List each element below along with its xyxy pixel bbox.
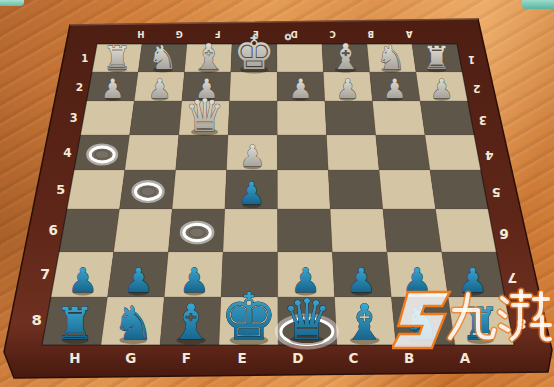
square-d5[interactable] bbox=[277, 170, 330, 209]
rank-label-left-8: 8 bbox=[31, 311, 41, 329]
svg-text:♛: ♛ bbox=[282, 287, 332, 352]
svg-text:♝: ♝ bbox=[169, 294, 213, 351]
move-indicator-g5[interactable] bbox=[134, 183, 162, 201]
rank-label-right-4: 4 bbox=[485, 148, 493, 162]
file-label-top-D: D bbox=[291, 29, 298, 39]
piece-black-king-e8[interactable]: ♚ bbox=[220, 280, 277, 354]
piece-white-queen-f3[interactable]: ♛ bbox=[184, 89, 224, 142]
piece-black-queen-d8[interactable]: ♛ bbox=[282, 287, 332, 352]
square-c6[interactable] bbox=[330, 209, 387, 252]
svg-text:♟: ♟ bbox=[383, 73, 407, 104]
svg-text:♜: ♜ bbox=[423, 40, 451, 76]
piece-black-bishop-c8[interactable]: ♝ bbox=[343, 294, 387, 351]
piece-white-pawn-a2[interactable]: ♟ bbox=[430, 73, 454, 104]
rank-label-right-2: 2 bbox=[473, 82, 480, 95]
piece-black-pawn-a7[interactable]: ♟ bbox=[458, 261, 488, 300]
piece-white-pawn-g2[interactable]: ♟ bbox=[148, 73, 172, 104]
file-label-bottom-B: B bbox=[404, 350, 414, 366]
piece-black-knight-b8[interactable]: ♞ bbox=[402, 296, 443, 350]
piece-white-bishop-c1[interactable]: ♝ bbox=[330, 36, 362, 77]
square-g6[interactable] bbox=[114, 209, 173, 252]
svg-text:♝: ♝ bbox=[343, 294, 387, 351]
file-label-bottom-G: G bbox=[125, 350, 136, 366]
rank-label-left-3: 3 bbox=[70, 111, 78, 125]
file-label-top-B: B bbox=[368, 29, 374, 39]
file-label-bottom-H: H bbox=[69, 350, 80, 366]
square-a5[interactable] bbox=[430, 170, 488, 209]
piece-black-knight-g8[interactable]: ♞ bbox=[113, 296, 154, 350]
square-a4[interactable] bbox=[425, 135, 481, 170]
svg-text:♟: ♟ bbox=[238, 175, 266, 211]
square-h3[interactable] bbox=[80, 101, 134, 135]
piece-white-pawn-c2[interactable]: ♟ bbox=[336, 73, 360, 104]
file-label-bottom-C: C bbox=[349, 350, 359, 366]
piece-white-rook-a1[interactable]: ♜ bbox=[423, 40, 451, 76]
piece-white-knight-b1[interactable]: ♞ bbox=[376, 38, 406, 77]
file-label-bottom-D: D bbox=[292, 350, 303, 366]
rank-label-left-5: 5 bbox=[56, 182, 65, 197]
piece-white-bishop-f1[interactable]: ♝ bbox=[193, 36, 225, 77]
piece-white-king-e1[interactable]: ♚ bbox=[234, 26, 275, 80]
square-b5[interactable] bbox=[379, 170, 435, 209]
svg-text:♜: ♜ bbox=[103, 40, 131, 76]
square-e6[interactable] bbox=[223, 209, 278, 252]
move-indicator-h4[interactable] bbox=[89, 146, 116, 163]
svg-text:♚: ♚ bbox=[234, 26, 275, 80]
piece-black-bishop-f8[interactable]: ♝ bbox=[169, 294, 213, 351]
svg-text:♟: ♟ bbox=[239, 139, 265, 173]
piece-white-knight-g1[interactable]: ♞ bbox=[148, 38, 178, 77]
rank-label-left-2: 2 bbox=[76, 81, 83, 94]
piece-white-pawn-e4[interactable]: ♟ bbox=[239, 139, 265, 173]
svg-text:♟: ♟ bbox=[430, 73, 454, 104]
rank-label-left-1: 1 bbox=[81, 53, 88, 64]
square-c4[interactable] bbox=[327, 135, 380, 170]
rank-label-right-1: 1 bbox=[468, 54, 475, 65]
rank-label-right-7: 7 bbox=[507, 270, 517, 286]
svg-text:♟: ♟ bbox=[336, 73, 360, 104]
square-f5[interactable] bbox=[172, 170, 226, 209]
square-h6[interactable] bbox=[59, 209, 120, 252]
square-a3[interactable] bbox=[420, 101, 474, 135]
svg-text:♟: ♟ bbox=[148, 73, 172, 104]
teal-ui-fragment-top-left[interactable] bbox=[0, 0, 24, 6]
square-d6[interactable] bbox=[278, 209, 333, 252]
square-h5[interactable] bbox=[67, 170, 125, 209]
file-label-top-H: H bbox=[137, 29, 144, 39]
piece-black-pawn-h7[interactable]: ♟ bbox=[68, 261, 98, 300]
file-label-bottom-F: F bbox=[182, 350, 191, 366]
square-b6[interactable] bbox=[383, 209, 442, 252]
file-label-top-A: A bbox=[405, 29, 412, 39]
svg-text:♝: ♝ bbox=[330, 36, 362, 77]
svg-text:♟: ♟ bbox=[289, 73, 313, 104]
piece-black-pawn-b7[interactable]: ♟ bbox=[402, 261, 432, 300]
piece-white-rook-h1[interactable]: ♜ bbox=[103, 40, 131, 76]
svg-text:♜: ♜ bbox=[56, 298, 95, 349]
rank-label-left-7: 7 bbox=[40, 266, 50, 282]
svg-text:♟: ♟ bbox=[458, 261, 488, 300]
piece-white-pawn-d2[interactable]: ♟ bbox=[289, 73, 313, 104]
teal-ui-fragment-top-right[interactable] bbox=[522, 0, 554, 9]
rank-label-right-3: 3 bbox=[479, 113, 487, 127]
piece-black-rook-a8[interactable]: ♜ bbox=[461, 298, 500, 349]
svg-text:♞: ♞ bbox=[402, 296, 443, 350]
game-scene: HGFEDCBAHGFEDCBA1234567812345678 ♜♞♝♚♝♞♜… bbox=[0, 0, 554, 387]
rank-label-left-6: 6 bbox=[48, 222, 57, 238]
square-b3[interactable] bbox=[372, 101, 425, 135]
square-c5[interactable] bbox=[328, 170, 383, 209]
square-b4[interactable] bbox=[376, 135, 430, 170]
piece-white-pawn-b2[interactable]: ♟ bbox=[383, 73, 407, 104]
svg-text:♞: ♞ bbox=[376, 38, 406, 77]
file-label-bottom-A: A bbox=[460, 350, 471, 366]
square-d4[interactable] bbox=[277, 135, 328, 170]
rank-label-right-5: 5 bbox=[492, 185, 501, 200]
square-g4[interactable] bbox=[125, 135, 179, 170]
svg-text:♟: ♟ bbox=[68, 261, 98, 300]
chess-board: HGFEDCBAHGFEDCBA1234567812345678 ♜♞♝♚♝♞♜… bbox=[0, 0, 554, 387]
rank-label-left-4: 4 bbox=[63, 146, 71, 160]
svg-text:♟: ♟ bbox=[402, 261, 432, 300]
svg-text:♜: ♜ bbox=[461, 298, 500, 349]
svg-text:♝: ♝ bbox=[193, 36, 225, 77]
svg-text:♟: ♟ bbox=[101, 73, 125, 104]
piece-black-pawn-e5[interactable]: ♟ bbox=[238, 175, 266, 211]
square-a6[interactable] bbox=[436, 209, 497, 252]
rank-label-right-8: 8 bbox=[516, 315, 526, 333]
svg-text:♞: ♞ bbox=[113, 296, 154, 350]
move-indicator-f6[interactable] bbox=[182, 223, 212, 242]
svg-text:♞: ♞ bbox=[148, 38, 178, 77]
piece-white-pawn-h2[interactable]: ♟ bbox=[101, 73, 125, 104]
square-d3[interactable] bbox=[277, 101, 326, 135]
square-g3[interactable] bbox=[130, 101, 182, 135]
piece-black-pawn-g7[interactable]: ♟ bbox=[123, 261, 153, 300]
svg-text:♟: ♟ bbox=[123, 261, 153, 300]
svg-text:♛: ♛ bbox=[184, 89, 224, 142]
square-e3[interactable] bbox=[228, 101, 277, 135]
square-d1[interactable] bbox=[277, 44, 323, 72]
svg-text:♚: ♚ bbox=[220, 280, 277, 354]
piece-black-rook-h8[interactable]: ♜ bbox=[56, 298, 95, 349]
square-c3[interactable] bbox=[325, 101, 376, 135]
rank-label-right-6: 6 bbox=[499, 226, 508, 242]
